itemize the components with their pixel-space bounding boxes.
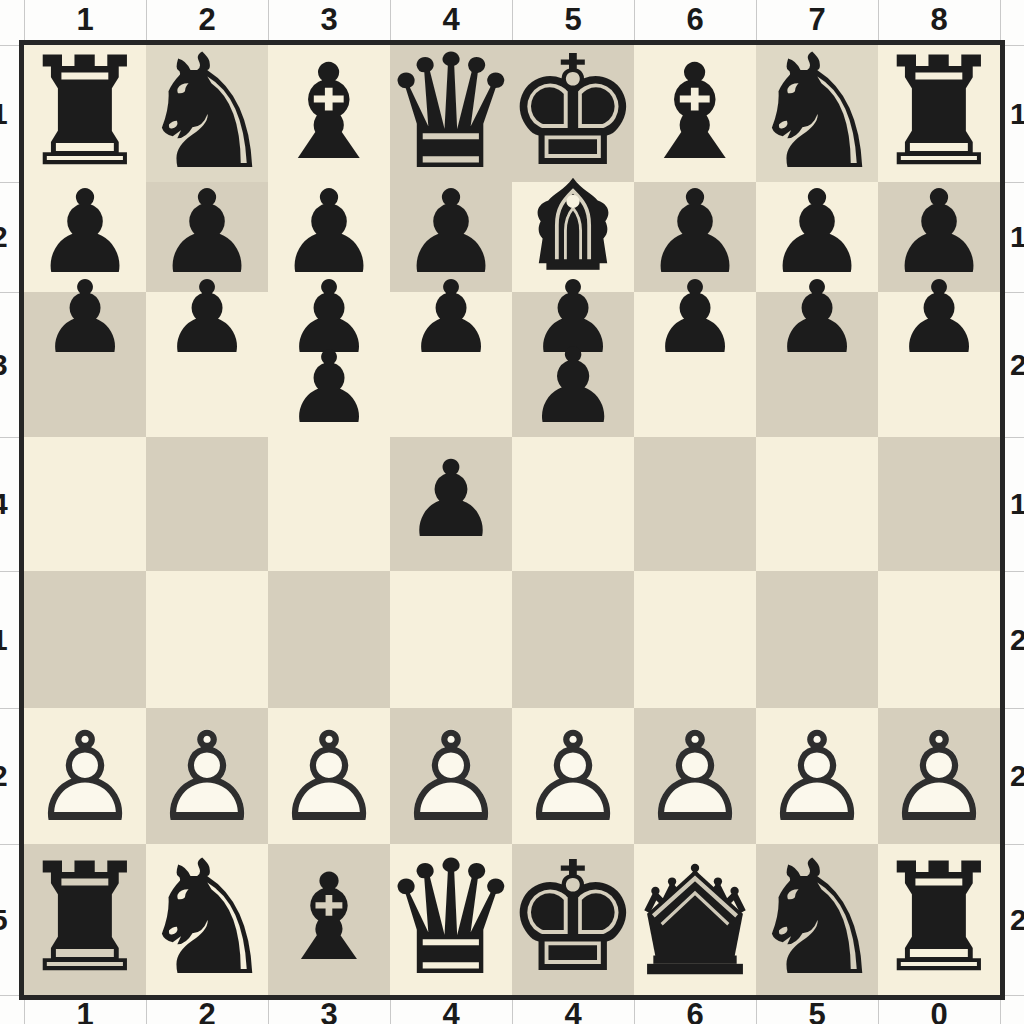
file-label-bottom-7: 5 bbox=[808, 999, 825, 1024]
file-label-bottom-8: 0 bbox=[930, 999, 947, 1024]
margin-gridline bbox=[0, 995, 19, 996]
square-r5c5[interactable] bbox=[512, 571, 634, 708]
rank-label-right-2: 1 bbox=[1008, 221, 1024, 253]
margin-gridline bbox=[634, 1000, 635, 1024]
file-label-bottom-3: 3 bbox=[320, 999, 337, 1024]
white-pawn-outline: ♙ bbox=[517, 705, 628, 849]
rank-label-right-text: 2 bbox=[1010, 625, 1024, 655]
margin-gridline bbox=[0, 571, 19, 572]
margin-gridline bbox=[146, 1000, 147, 1024]
rank-label-left-text: 3 bbox=[0, 350, 8, 380]
square-r5c2[interactable] bbox=[146, 571, 268, 708]
margin-gridline bbox=[1005, 995, 1024, 996]
black-pawn[interactable]: ♟ bbox=[403, 447, 498, 553]
margin-gridline bbox=[390, 1000, 391, 1024]
file-label-top-6: 6 bbox=[686, 4, 703, 35]
file-label-bottom-1: 1 bbox=[76, 999, 93, 1024]
rank-label-right-4: 1 bbox=[1008, 488, 1024, 520]
white-pawn[interactable]: ♟♙ bbox=[761, 715, 872, 839]
rank-label-right-text: 2 bbox=[1010, 761, 1024, 791]
white-pawn-outline: ♙ bbox=[639, 705, 750, 849]
white-pawn-outline: ♙ bbox=[273, 705, 384, 849]
black-queen[interactable]: ♛ bbox=[380, 839, 522, 997]
rank-label-right-6: 2 bbox=[1008, 760, 1024, 792]
white-pawn[interactable]: ♟♙ bbox=[395, 715, 506, 839]
square-r5c6[interactable] bbox=[634, 571, 756, 708]
rank-label-right-text: 2 bbox=[1010, 905, 1024, 935]
margin-gridline bbox=[634, 0, 635, 40]
file-label-top-7: 7 bbox=[808, 4, 825, 35]
margin-gridline bbox=[1000, 1000, 1001, 1024]
white-pawn[interactable]: ♟♙ bbox=[883, 715, 994, 839]
white-pawn[interactable]: ♟♙ bbox=[273, 715, 384, 839]
rank-label-left-2: 2 bbox=[0, 221, 15, 253]
rank-label-left-1: 1 bbox=[0, 98, 15, 130]
margin-gridline bbox=[1000, 0, 1001, 40]
file-label-top-8: 8 bbox=[930, 4, 947, 35]
margin-gridline bbox=[0, 844, 19, 845]
file-label-bottom-5: 4 bbox=[564, 999, 581, 1024]
white-pawn[interactable]: ♟♙ bbox=[151, 715, 262, 839]
margin-gridline bbox=[24, 0, 25, 40]
file-label-top-4: 4 bbox=[442, 4, 459, 35]
black-pawn[interactable]: ♟ bbox=[526, 334, 619, 438]
square-r4c6[interactable] bbox=[634, 437, 756, 571]
white-pawn-outline: ♙ bbox=[883, 705, 994, 849]
rank-label-left-text: 5 bbox=[0, 905, 8, 935]
square-r4c7[interactable] bbox=[756, 437, 878, 571]
black-king[interactable]: ♚ bbox=[505, 36, 641, 188]
rank-label-right-1: 1 bbox=[1008, 98, 1024, 130]
black-pawn[interactable]: ♟ bbox=[894, 268, 984, 368]
rank-label-left-text: 1 bbox=[0, 625, 8, 655]
rank-label-right-text: 1 bbox=[1010, 489, 1024, 519]
square-r5c4[interactable] bbox=[390, 571, 512, 708]
white-pawn-outline: ♙ bbox=[29, 705, 140, 849]
margin-gridline bbox=[512, 1000, 513, 1024]
square-r5c3[interactable] bbox=[268, 571, 390, 708]
margin-gridline bbox=[0, 292, 19, 293]
margin-gridline bbox=[512, 0, 513, 40]
square-r5c7[interactable] bbox=[756, 571, 878, 708]
square-r4c8[interactable] bbox=[878, 437, 1000, 571]
black-bishop[interactable]: ♝ bbox=[636, 46, 754, 178]
square-r4c3[interactable] bbox=[268, 437, 390, 571]
black-bishop[interactable]: ♝ bbox=[270, 46, 388, 178]
black-pawn[interactable]: ♟ bbox=[650, 268, 740, 368]
square-r5c1[interactable] bbox=[24, 571, 146, 708]
margin-gridline bbox=[1005, 45, 1024, 46]
chess-diagram: ♜♞♝♛♚♝♞♜♟♟♟♟ ♟♟♟♟♟♟♟♟♟♟♟♟♟♟♟♙♟♙♟♙♟♙♟♙♟♙♟… bbox=[0, 0, 1024, 1024]
rank-label-left-text: 4 bbox=[0, 489, 8, 519]
black-rook[interactable]: ♜ bbox=[18, 843, 152, 993]
margin-gridline bbox=[1005, 182, 1024, 183]
square-r4c2[interactable] bbox=[146, 437, 268, 571]
square-r4c1[interactable] bbox=[24, 437, 146, 571]
margin-gridline bbox=[1005, 437, 1024, 438]
rank-label-left-3: 3 bbox=[0, 349, 15, 381]
black-pawn[interactable]: ♟ bbox=[40, 268, 130, 368]
rank-label-right-3: 2 bbox=[1008, 349, 1024, 381]
ornate-crown-piece-icon bbox=[633, 849, 758, 987]
margin-gridline bbox=[756, 1000, 757, 1024]
square-r4c5[interactable] bbox=[512, 437, 634, 571]
margin-gridline bbox=[268, 0, 269, 40]
rank-label-right-7: 2 bbox=[1008, 904, 1024, 936]
white-pawn[interactable]: ♟♙ bbox=[29, 715, 140, 839]
black-knight[interactable]: ♞ bbox=[746, 839, 888, 997]
margin-gridline bbox=[0, 708, 19, 709]
margin-gridline bbox=[390, 0, 391, 40]
black-pawn[interactable]: ♟ bbox=[406, 268, 496, 368]
black-knight[interactable]: ♞ bbox=[136, 839, 278, 997]
margin-gridline bbox=[878, 1000, 879, 1024]
square-r5c8[interactable] bbox=[878, 571, 1000, 708]
margin-gridline bbox=[146, 0, 147, 40]
file-label-bottom-2: 2 bbox=[198, 999, 215, 1024]
file-label-top-3: 3 bbox=[320, 4, 337, 35]
margin-gridline bbox=[1005, 844, 1024, 845]
rank-label-left-6: 2 bbox=[0, 760, 15, 792]
margin-gridline bbox=[756, 0, 757, 40]
black-pawn[interactable]: ♟ bbox=[162, 268, 252, 368]
rank-label-right-5: 2 bbox=[1008, 624, 1024, 656]
margin-gridline bbox=[268, 1000, 269, 1024]
margin-gridline bbox=[0, 45, 19, 46]
black-bishop[interactable]: ♝ bbox=[275, 858, 383, 978]
rank-label-left-4: 4 bbox=[0, 488, 15, 520]
rank-label-left-5: 1 bbox=[0, 624, 15, 656]
chess-board: ♜♞♝♛♚♝♞♜♟♟♟♟ ♟♟♟♟♟♟♟♟♟♟♟♟♟♟♟♙♟♙♟♙♟♙♟♙♟♙♟… bbox=[19, 40, 1005, 1000]
margin-gridline bbox=[1005, 571, 1024, 572]
black-rook[interactable]: ♜ bbox=[872, 843, 1006, 993]
black-pawn[interactable]: ♟ bbox=[284, 338, 374, 438]
margin-gridline bbox=[24, 1000, 25, 1024]
black-king[interactable]: ♚ bbox=[505, 842, 641, 994]
rank-label-left-7: 5 bbox=[0, 904, 15, 936]
file-label-bottom-6: 6 bbox=[686, 999, 703, 1024]
black-ornate-crown-piece[interactable] bbox=[633, 849, 758, 987]
margin-gridline bbox=[1005, 708, 1024, 709]
black-pawn[interactable]: ♟ bbox=[772, 268, 862, 368]
margin-gridline bbox=[0, 182, 19, 183]
margin-gridline bbox=[1005, 292, 1024, 293]
rank-label-left-text: 2 bbox=[0, 222, 8, 252]
file-label-top-1: 1 bbox=[76, 4, 93, 35]
margin-gridline bbox=[878, 0, 879, 40]
file-label-top-5: 5 bbox=[564, 4, 581, 35]
rank-label-right-text: 1 bbox=[1010, 222, 1024, 252]
margin-gridline bbox=[0, 437, 19, 438]
rank-label-right-text: 1 bbox=[1010, 99, 1024, 129]
rank-label-right-text: 2 bbox=[1010, 350, 1024, 380]
white-pawn[interactable]: ♟♙ bbox=[639, 715, 750, 839]
file-label-bottom-4: 4 bbox=[442, 999, 459, 1024]
file-label-top-2: 2 bbox=[198, 4, 215, 35]
rank-label-left-text: 2 bbox=[0, 761, 8, 791]
white-pawn[interactable]: ♟♙ bbox=[517, 715, 628, 839]
rank-label-left-text: 1 bbox=[0, 99, 8, 129]
